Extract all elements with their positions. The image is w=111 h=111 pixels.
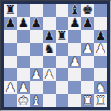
piece-black-pawn: ♟ bbox=[44, 30, 55, 42]
square-h6[interactable]: ♟ bbox=[94, 30, 107, 43]
piece-white-pawn: ♟ bbox=[18, 81, 29, 93]
square-c6[interactable] bbox=[30, 30, 43, 43]
square-b4[interactable] bbox=[17, 56, 30, 69]
square-f6[interactable] bbox=[68, 30, 81, 43]
square-e8[interactable] bbox=[56, 4, 69, 17]
square-a6[interactable] bbox=[4, 30, 17, 43]
chess-board: ♜♝♚♟♟♟♟♟♟♜♟♞♟♟♟♟♟♟♟♞♚♝♜♜ bbox=[4, 4, 107, 107]
piece-black-pawn: ♟ bbox=[82, 17, 93, 29]
piece-white-pawn: ♟ bbox=[44, 68, 55, 80]
square-d4[interactable] bbox=[43, 56, 56, 69]
piece-white-rook: ♜ bbox=[82, 94, 93, 106]
square-d1[interactable] bbox=[43, 94, 56, 107]
square-d5[interactable]: ♞ bbox=[43, 43, 56, 56]
piece-black-bishop: ♝ bbox=[69, 4, 80, 16]
square-g1[interactable]: ♜ bbox=[81, 94, 94, 107]
piece-white-pawn: ♟ bbox=[5, 81, 16, 93]
square-a1[interactable] bbox=[4, 94, 17, 107]
square-h8[interactable] bbox=[94, 4, 107, 17]
piece-black-pawn: ♟ bbox=[95, 30, 106, 42]
piece-black-pawn: ♟ bbox=[69, 17, 80, 29]
piece-black-pawn: ♟ bbox=[5, 17, 16, 29]
piece-white-king: ♚ bbox=[18, 94, 29, 106]
piece-black-rook: ♜ bbox=[5, 4, 16, 16]
square-f3[interactable] bbox=[68, 68, 81, 81]
square-a8[interactable]: ♜ bbox=[4, 4, 17, 17]
square-g3[interactable] bbox=[81, 68, 94, 81]
chess-board-frame: ♜♝♚♟♟♟♟♟♟♜♟♞♟♟♟♟♟♟♟♞♚♝♜♜ bbox=[0, 0, 111, 111]
square-b6[interactable] bbox=[17, 30, 30, 43]
square-b7[interactable]: ♟ bbox=[17, 17, 30, 30]
piece-black-king: ♚ bbox=[82, 4, 93, 16]
square-h1[interactable]: ♜ bbox=[94, 94, 107, 107]
square-e4[interactable] bbox=[56, 56, 69, 69]
square-g8[interactable]: ♚ bbox=[81, 4, 94, 17]
square-h4[interactable] bbox=[94, 56, 107, 69]
square-c1[interactable]: ♝ bbox=[30, 94, 43, 107]
square-f1[interactable] bbox=[68, 94, 81, 107]
square-g6[interactable] bbox=[81, 30, 94, 43]
piece-white-knight: ♞ bbox=[95, 81, 106, 93]
square-f7[interactable]: ♟ bbox=[68, 17, 81, 30]
square-e5[interactable] bbox=[56, 43, 69, 56]
square-f5[interactable] bbox=[68, 43, 81, 56]
square-f4[interactable]: ♟ bbox=[68, 56, 81, 69]
piece-white-pawn: ♟ bbox=[95, 43, 106, 55]
square-d6[interactable]: ♟ bbox=[43, 30, 56, 43]
piece-white-pawn: ♟ bbox=[69, 56, 80, 68]
square-b5[interactable] bbox=[17, 43, 30, 56]
square-h3[interactable] bbox=[94, 68, 107, 81]
square-a4[interactable] bbox=[4, 56, 17, 69]
piece-black-rook: ♜ bbox=[57, 30, 68, 42]
square-a2[interactable]: ♟ bbox=[4, 81, 17, 94]
square-c3[interactable]: ♟ bbox=[30, 68, 43, 81]
square-d3[interactable]: ♟ bbox=[43, 68, 56, 81]
square-f2[interactable] bbox=[68, 81, 81, 94]
piece-black-pawn: ♟ bbox=[18, 17, 29, 29]
square-g5[interactable]: ♟ bbox=[81, 43, 94, 56]
square-c7[interactable]: ♟ bbox=[30, 17, 43, 30]
square-g2[interactable] bbox=[81, 81, 94, 94]
square-d2[interactable] bbox=[43, 81, 56, 94]
square-h7[interactable] bbox=[94, 17, 107, 30]
square-c2[interactable] bbox=[30, 81, 43, 94]
square-d8[interactable] bbox=[43, 4, 56, 17]
piece-white-bishop: ♝ bbox=[31, 94, 42, 106]
square-f8[interactable]: ♝ bbox=[68, 4, 81, 17]
square-a5[interactable] bbox=[4, 43, 17, 56]
square-a7[interactable]: ♟ bbox=[4, 17, 17, 30]
square-e3[interactable] bbox=[56, 68, 69, 81]
square-e2[interactable] bbox=[56, 81, 69, 94]
square-e1[interactable] bbox=[56, 94, 69, 107]
square-c5[interactable] bbox=[30, 43, 43, 56]
square-c8[interactable] bbox=[30, 4, 43, 17]
piece-white-pawn: ♟ bbox=[31, 68, 42, 80]
square-b1[interactable]: ♚ bbox=[17, 94, 30, 107]
square-g4[interactable] bbox=[81, 56, 94, 69]
square-e6[interactable]: ♜ bbox=[56, 30, 69, 43]
square-a3[interactable] bbox=[4, 68, 17, 81]
square-d7[interactable] bbox=[43, 17, 56, 30]
piece-white-pawn: ♟ bbox=[82, 43, 93, 55]
square-h5[interactable]: ♟ bbox=[94, 43, 107, 56]
square-b2[interactable]: ♟ bbox=[17, 81, 30, 94]
square-h2[interactable]: ♞ bbox=[94, 81, 107, 94]
piece-black-pawn: ♟ bbox=[31, 17, 42, 29]
square-g7[interactable]: ♟ bbox=[81, 17, 94, 30]
square-b8[interactable] bbox=[17, 4, 30, 17]
square-b3[interactable] bbox=[17, 68, 30, 81]
square-e7[interactable] bbox=[56, 17, 69, 30]
piece-black-knight: ♞ bbox=[44, 43, 55, 55]
square-c4[interactable] bbox=[30, 56, 43, 69]
piece-white-rook: ♜ bbox=[95, 94, 106, 106]
